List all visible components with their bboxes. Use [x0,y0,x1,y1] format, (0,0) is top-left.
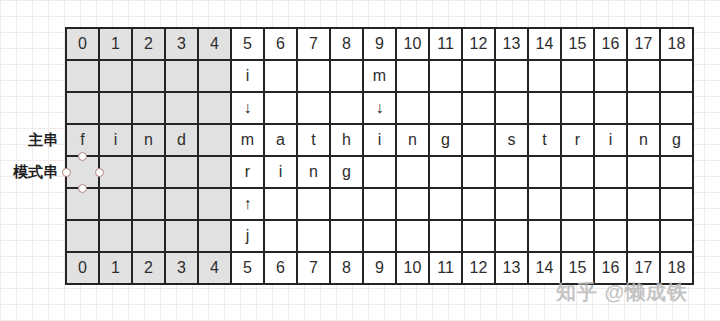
board-grid: 0123456789101112131415161718im↓↓findmath… [65,27,694,285]
cell-r5-c11 [430,189,461,219]
cell-r1-c18 [661,61,692,91]
cell-r1-c15 [562,61,593,91]
cell-r5-c0 [67,189,98,219]
cell-r6-c8 [331,221,362,251]
cell-r2-c7 [298,93,329,123]
cell-r2-c0 [67,93,98,123]
cell-r4-c2 [133,157,164,187]
cell-r7-c0: 0 [67,253,98,283]
selection-handle-top-icon[interactable] [78,152,87,161]
cell-r2-c12 [463,93,494,123]
cell-r4-c17 [628,157,659,187]
cell-r6-c11 [430,221,461,251]
cell-r5-c12 [463,189,494,219]
cell-r0-c0: 0 [67,29,98,59]
cell-r6-c7 [298,221,329,251]
cell-r0-c5: 5 [232,29,263,59]
cell-r2-c1 [100,93,131,123]
cell-r3-c9: i [364,125,395,155]
cell-r0-c1: 1 [100,29,131,59]
cell-r7-c11: 11 [430,253,461,283]
cell-r5-c18 [661,189,692,219]
cell-r0-c3: 3 [166,29,197,59]
cell-r2-c8 [331,93,362,123]
cell-r5-c17 [628,189,659,219]
cell-r0-c13: 13 [496,29,527,59]
cell-r2-c18 [661,93,692,123]
cell-r7-c13: 13 [496,253,527,283]
cell-r4-c14 [529,157,560,187]
cell-r5-c13 [496,189,527,219]
cell-r3-c1: i [100,125,131,155]
cell-r4-c13 [496,157,527,187]
cell-r7-c2: 2 [133,253,164,283]
cell-r1-c12 [463,61,494,91]
cell-r1-c1 [100,61,131,91]
cell-r0-c7: 7 [298,29,329,59]
cell-r5-c14 [529,189,560,219]
cell-r1-c10 [397,61,428,91]
selection-handle-right-icon[interactable] [95,168,104,177]
cell-r1-c7 [298,61,329,91]
cell-r1-c14 [529,61,560,91]
cell-r5-c9 [364,189,395,219]
cell-r4-c12 [463,157,494,187]
cell-r0-c11: 11 [430,29,461,59]
cell-r6-c14 [529,221,560,251]
cell-r6-c13 [496,221,527,251]
cell-r4-c0 [67,157,98,187]
cell-r7-c9: 9 [364,253,395,283]
cell-r4-c7: n [298,157,329,187]
cell-r5-c10 [397,189,428,219]
cell-r5-c15 [562,189,593,219]
cell-r2-c11 [430,93,461,123]
cell-r2-c17 [628,93,659,123]
cell-r0-c10: 10 [397,29,428,59]
cell-r5-c6 [265,189,296,219]
cell-r3-c17: n [628,125,659,155]
cell-r0-c16: 16 [595,29,626,59]
cell-r4-c11 [430,157,461,187]
cell-r0-c18: 18 [661,29,692,59]
cell-r0-c6: 6 [265,29,296,59]
cell-r7-c12: 12 [463,253,494,283]
cell-r6-c6 [265,221,296,251]
cell-r1-c17 [628,61,659,91]
cell-r3-c14: t [529,125,560,155]
cell-r3-c13: s [496,125,527,155]
cell-r6-c15 [562,221,593,251]
cell-r2-c3 [166,93,197,123]
cell-r4-c3 [166,157,197,187]
selection-handle-bottom-icon[interactable] [78,184,87,193]
cell-r1-c11 [430,61,461,91]
cell-r1-c16 [595,61,626,91]
cell-r6-c2 [133,221,164,251]
cell-r3-c18: g [661,125,692,155]
cell-r7-c7: 7 [298,253,329,283]
cell-r4-c1 [100,157,131,187]
cell-r6-c10 [397,221,428,251]
cell-r4-c9 [364,157,395,187]
cell-r7-c10: 10 [397,253,428,283]
cell-r1-c2 [133,61,164,91]
cell-r0-c4: 4 [199,29,230,59]
cell-r2-c2 [133,93,164,123]
cell-r6-c4 [199,221,230,251]
cell-r5-c4 [199,189,230,219]
cell-r6-c0 [67,221,98,251]
cell-r1-c3 [166,61,197,91]
cell-r6-c12 [463,221,494,251]
selection-handle-left-icon[interactable] [62,168,71,177]
cell-r3-c12 [463,125,494,155]
cell-r5-c7 [298,189,329,219]
page-background: { "game": "string-matching-diagram (brut… [0,0,720,321]
cell-r7-c4: 4 [199,253,230,283]
cell-r6-c9 [364,221,395,251]
cell-r2-c16 [595,93,626,123]
main-string-label: 主串 [0,124,58,156]
cell-r3-c6: a [265,125,296,155]
cell-r3-c3: d [166,125,197,155]
cell-r7-c8: 8 [331,253,362,283]
cell-r0-c12: 12 [463,29,494,59]
cell-r1-c4 [199,61,230,91]
cell-r7-c1: 1 [100,253,131,283]
cell-r3-c7: t [298,125,329,155]
cell-r1-c8 [331,61,362,91]
cell-r6-c18 [661,221,692,251]
cell-r3-c8: h [331,125,362,155]
cell-r1-c5: i [232,61,263,91]
cell-r5-c1 [100,189,131,219]
cell-r3-c15: r [562,125,593,155]
cell-r7-c3: 3 [166,253,197,283]
cell-r0-c15: 15 [562,29,593,59]
cell-r4-c18 [661,157,692,187]
cell-r2-c5: ↓ [232,93,263,123]
cell-r2-c14 [529,93,560,123]
cell-r2-c10 [397,93,428,123]
cell-r2-c13 [496,93,527,123]
cell-r4-c8: g [331,157,362,187]
cell-r2-c9: ↓ [364,93,395,123]
cell-r0-c17: 17 [628,29,659,59]
cell-r3-c2: n [133,125,164,155]
pattern-string-label: 模式串 [0,156,58,188]
cell-r2-c15 [562,93,593,123]
cell-r4-c10 [397,157,428,187]
cell-r1-c13 [496,61,527,91]
cell-r5-c16 [595,189,626,219]
cell-r1-c0 [67,61,98,91]
cell-r5-c2 [133,189,164,219]
cell-r4-c5: r [232,157,263,187]
cell-r7-c6: 6 [265,253,296,283]
cell-r3-c5: m [232,125,263,155]
cell-r0-c2: 2 [133,29,164,59]
cell-r1-c6 [265,61,296,91]
cell-r6-c1 [100,221,131,251]
cell-r7-c5: 5 [232,253,263,283]
cell-r2-c6 [265,93,296,123]
cell-r0-c9: 9 [364,29,395,59]
cell-r3-c11: g [430,125,461,155]
cell-r2-c4 [199,93,230,123]
cell-r6-c3 [166,221,197,251]
cell-r6-c16 [595,221,626,251]
cell-r1-c9: m [364,61,395,91]
watermark: 知乎 @懒成铁 [556,279,688,306]
cell-r4-c15 [562,157,593,187]
cell-r4-c6: i [265,157,296,187]
cell-r3-c10: n [397,125,428,155]
cell-r4-c4 [199,157,230,187]
cell-r0-c8: 8 [331,29,362,59]
cell-r3-c16: i [595,125,626,155]
cell-r6-c5: j [232,221,263,251]
cell-r5-c8 [331,189,362,219]
cell-r6-c17 [628,221,659,251]
cell-r5-c3 [166,189,197,219]
cell-r3-c4 [199,125,230,155]
cell-r5-c5: ↑ [232,189,263,219]
cell-r0-c14: 14 [529,29,560,59]
cell-r3-c0: f [67,125,98,155]
cell-r4-c16 [595,157,626,187]
